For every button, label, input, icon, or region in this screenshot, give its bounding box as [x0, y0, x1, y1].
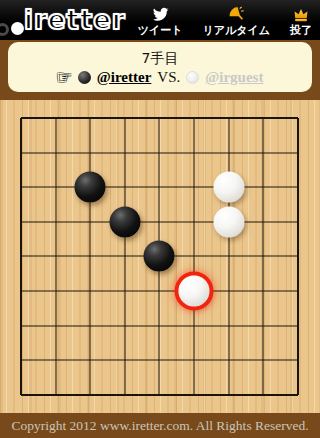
grid-line-v — [124, 343, 125, 378]
white-stone-icon — [186, 71, 199, 84]
grid-line-h — [280, 325, 297, 326]
board-intersection[interactable] — [246, 205, 281, 240]
bird-icon — [151, 6, 169, 23]
grid-line-v — [297, 308, 299, 343]
grid-line-v — [124, 239, 125, 274]
board-intersection[interactable] — [4, 308, 39, 343]
white-stone — [213, 206, 244, 237]
grid-line-v — [297, 170, 299, 205]
board-intersection[interactable] — [211, 308, 246, 343]
board-intersection[interactable] — [73, 274, 108, 309]
white-stone-last-move — [179, 276, 210, 307]
grid-line-v — [194, 343, 195, 378]
grid-line-v — [90, 118, 91, 135]
board-intersection[interactable] — [142, 377, 177, 412]
grid-line-v — [228, 239, 229, 274]
board-intersection[interactable] — [177, 136, 212, 171]
grid-line-v — [297, 377, 299, 394]
grid-line-v — [263, 205, 264, 240]
satellite-icon — [228, 6, 245, 23]
grid-line-v — [263, 343, 264, 378]
black-stone-icon — [78, 71, 91, 84]
board-intersection[interactable] — [177, 343, 212, 378]
board-intersection[interactable] — [108, 377, 143, 412]
board-intersection[interactable] — [211, 274, 246, 309]
board-intersection[interactable] — [142, 136, 177, 171]
grid-line-v — [194, 136, 195, 171]
grid-line-h — [21, 360, 38, 361]
grid-line-v — [20, 205, 22, 240]
grid-line-h — [280, 152, 297, 153]
board-intersection[interactable] — [280, 101, 315, 136]
grid-line-v — [90, 239, 91, 274]
board-intersection[interactable] — [246, 377, 281, 412]
grid-line-v — [263, 308, 264, 343]
logo[interactable]: iretter — [2, 2, 126, 38]
footer-bar: Copyright 2012 www.iretter.com. All Righ… — [0, 413, 320, 438]
grid-line-v — [55, 136, 56, 171]
board-intersection[interactable] — [108, 274, 143, 309]
grid-line-v — [124, 308, 125, 343]
board-intersection[interactable] — [211, 136, 246, 171]
board-intersection[interactable] — [39, 274, 74, 309]
grid-line-v — [159, 205, 160, 240]
grid-line-v — [90, 343, 91, 378]
black-stone — [75, 172, 106, 203]
grid-line-v — [159, 343, 160, 378]
board-intersection[interactable] — [142, 343, 177, 378]
turn-pointer-hand-icon: ☞ — [57, 69, 72, 86]
grid-line-v — [159, 274, 160, 309]
logo-dot-icon — [11, 22, 24, 35]
grid-line-h — [21, 187, 38, 188]
board-intersection[interactable] — [4, 101, 39, 136]
board-intersection[interactable] — [39, 205, 74, 240]
board-intersection[interactable] — [280, 136, 315, 171]
go-app: iretter ツイート リアルタイム — [0, 0, 320, 438]
board-intersection[interactable] — [39, 170, 74, 205]
board-intersection[interactable] — [280, 274, 315, 309]
grid-line-v — [194, 377, 195, 394]
grid-line-v — [228, 136, 229, 171]
board-intersection[interactable] — [73, 308, 108, 343]
board-intersection[interactable] — [142, 101, 177, 136]
nav-item-realtime[interactable]: リアルタイム — [202, 3, 270, 38]
board-intersection[interactable] — [108, 170, 143, 205]
grid-line-v — [228, 274, 229, 309]
white-player-handle[interactable]: @irguest — [205, 69, 263, 86]
white-stone — [213, 172, 244, 203]
board-intersection[interactable] — [246, 343, 281, 378]
grid-line-v — [124, 377, 125, 394]
grid-line-v — [55, 377, 56, 394]
board-intersection[interactable] — [177, 274, 212, 309]
board-intersection[interactable] — [39, 239, 74, 274]
grid-line-v — [228, 343, 229, 378]
nav-label-resign: 投了 — [290, 23, 312, 38]
board-intersection[interactable] — [4, 377, 39, 412]
board-intersection[interactable] — [177, 377, 212, 412]
grid-line-v — [297, 274, 299, 309]
grid-line-v — [20, 377, 22, 394]
grid-line-v — [263, 377, 264, 394]
crown-icon — [292, 6, 310, 23]
board-intersection[interactable] — [246, 101, 281, 136]
grid-line-v — [124, 274, 125, 309]
board-intersection[interactable] — [73, 136, 108, 171]
status-band: 7手目 ☞ @iretter VS. @irguest — [0, 40, 320, 100]
board-intersection[interactable] — [142, 205, 177, 240]
board-intersection[interactable] — [280, 308, 315, 343]
board-intersection[interactable] — [246, 136, 281, 171]
grid-line-v — [90, 274, 91, 309]
grid-line-v — [159, 118, 160, 135]
grid-line-v — [159, 136, 160, 171]
black-player-handle[interactable]: @iretter — [97, 69, 151, 86]
grid-line-h — [280, 187, 297, 188]
grid-line-v — [263, 239, 264, 274]
grid-line-v — [124, 136, 125, 171]
grid-line-v — [20, 239, 22, 274]
grid-line-v — [159, 308, 160, 343]
nav-label-realtime: リアルタイム — [202, 23, 270, 38]
nav-item-tweet[interactable]: ツイート — [138, 3, 183, 38]
board-intersection[interactable] — [73, 377, 108, 412]
grid-line-h — [21, 221, 38, 222]
board-intersection[interactable] — [73, 205, 108, 240]
board-intersection[interactable] — [211, 239, 246, 274]
goban-grid — [4, 101, 315, 412]
grid-line-v — [228, 308, 229, 343]
board-intersection[interactable] — [246, 239, 281, 274]
board-wood-area — [0, 100, 320, 413]
grid-line-h — [280, 291, 297, 292]
grid-line-h — [280, 394, 297, 396]
board-intersection[interactable] — [211, 377, 246, 412]
move-number-title: 7手目 — [142, 49, 179, 67]
board-intersection[interactable] — [177, 239, 212, 274]
grid-line-v — [55, 239, 56, 274]
nav-item-resign[interactable]: 投了 — [290, 3, 312, 38]
grid-line-v — [20, 274, 22, 309]
board-intersection[interactable] — [73, 170, 108, 205]
board-intersection[interactable] — [4, 343, 39, 378]
grid-line-h — [21, 291, 38, 292]
board-intersection[interactable] — [177, 101, 212, 136]
grid-line-v — [124, 170, 125, 205]
board-intersection[interactable] — [4, 136, 39, 171]
grid-line-v — [297, 343, 299, 378]
board-intersection[interactable] — [142, 308, 177, 343]
copyright-text: Copyright 2012 www.iretter.com. All Righ… — [11, 418, 308, 434]
board-intersection[interactable] — [211, 101, 246, 136]
board-intersection[interactable] — [177, 205, 212, 240]
board-intersection[interactable] — [142, 274, 177, 309]
grid-line-h — [21, 394, 38, 396]
grid-line-v — [263, 170, 264, 205]
grid-line-h — [280, 360, 297, 361]
nav-label-tweet: ツイート — [138, 23, 183, 38]
grid-line-v — [90, 377, 91, 394]
board-intersection[interactable] — [108, 308, 143, 343]
logo-ring-icon — [0, 23, 9, 36]
grid-line-v — [55, 205, 56, 240]
grid-line-v — [20, 118, 22, 135]
logo-text: iretter — [24, 2, 126, 38]
board-intersection[interactable] — [73, 101, 108, 136]
grid-line-h — [21, 152, 38, 153]
grid-line-v — [20, 343, 22, 378]
black-stone — [144, 241, 175, 272]
grid-line-v — [159, 170, 160, 205]
grid-line-v — [159, 377, 160, 394]
grid-line-v — [124, 118, 125, 135]
header-bar: iretter ツイート リアルタイム — [0, 0, 320, 40]
grid-line-v — [20, 136, 22, 171]
grid-line-v — [194, 170, 195, 205]
grid-line-v — [228, 118, 229, 135]
grid-line-h — [21, 325, 38, 326]
board-intersection[interactable] — [211, 170, 246, 205]
grid-line-v — [55, 170, 56, 205]
grid-line-v — [297, 239, 299, 274]
grid-line-v — [228, 377, 229, 394]
grid-line-v — [55, 308, 56, 343]
board-intersection[interactable] — [39, 136, 74, 171]
board-intersection[interactable] — [4, 170, 39, 205]
grid-line-v — [263, 118, 264, 135]
board-intersection[interactable] — [4, 274, 39, 309]
grid-line-v — [263, 136, 264, 171]
grid-line-v — [20, 170, 22, 205]
board-intersection[interactable] — [142, 239, 177, 274]
board-intersection[interactable] — [108, 343, 143, 378]
board-intersection[interactable] — [4, 205, 39, 240]
board-intersection[interactable] — [73, 239, 108, 274]
board-intersection[interactable] — [39, 308, 74, 343]
grid-line-v — [297, 136, 299, 171]
board-intersection[interactable] — [177, 308, 212, 343]
board-intersection[interactable] — [211, 343, 246, 378]
grid-line-v — [194, 239, 195, 274]
status-panel: 7手目 ☞ @iretter VS. @irguest — [8, 42, 312, 92]
grid-line-v — [90, 308, 91, 343]
grid-line-v — [194, 118, 195, 135]
vs-label: VS. — [157, 69, 180, 86]
board-intersection[interactable] — [73, 343, 108, 378]
board-intersection[interactable] — [108, 136, 143, 171]
board-intersection[interactable] — [280, 170, 315, 205]
grid-line-v — [194, 205, 195, 240]
grid-line-h — [21, 117, 38, 119]
grid-line-v — [90, 136, 91, 171]
board-intersection[interactable] — [39, 343, 74, 378]
grid-line-h — [280, 221, 297, 222]
board-intersection[interactable] — [280, 343, 315, 378]
board-intersection[interactable] — [280, 377, 315, 412]
board-intersection[interactable] — [108, 101, 143, 136]
board-intersection[interactable] — [39, 101, 74, 136]
board-intersection[interactable] — [246, 170, 281, 205]
board-intersection[interactable] — [280, 205, 315, 240]
board-intersection[interactable] — [39, 377, 74, 412]
grid-line-h — [21, 256, 38, 257]
grid-line-h — [280, 117, 297, 119]
board-intersection[interactable] — [108, 205, 143, 240]
grid-line-v — [194, 308, 195, 343]
black-stone — [109, 206, 140, 237]
board-intersection[interactable] — [142, 170, 177, 205]
nav-menu: ツイート リアルタイム — [138, 3, 312, 38]
board-intersection[interactable] — [246, 274, 281, 309]
board-intersection[interactable] — [108, 239, 143, 274]
players-row: ☞ @iretter VS. @irguest — [57, 69, 264, 86]
board-intersection[interactable] — [211, 205, 246, 240]
board-intersection[interactable] — [4, 239, 39, 274]
grid-line-v — [297, 118, 299, 135]
grid-line-v — [20, 308, 22, 343]
grid-line-v — [263, 274, 264, 309]
grid-line-v — [55, 274, 56, 309]
grid-line-v — [297, 205, 299, 240]
grid-line-v — [55, 118, 56, 135]
board-intersection[interactable] — [177, 170, 212, 205]
grid-line-h — [280, 256, 297, 257]
grid-line-v — [55, 343, 56, 378]
board-intersection[interactable] — [280, 239, 315, 274]
board-intersection[interactable] — [246, 308, 281, 343]
grid-line-v — [90, 205, 91, 240]
